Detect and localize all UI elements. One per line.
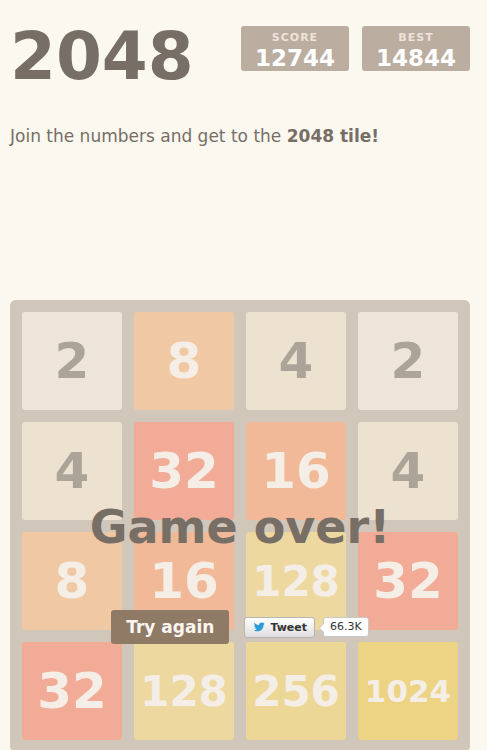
tweet-button[interactable]: Tweet (244, 617, 315, 638)
page: 2048 SCORE 12744 BEST 14844 Join the num… (10, 0, 470, 750)
game-over-overlay: Game over! Try again Tweet 66.3K (10, 300, 470, 750)
header: 2048 SCORE 12744 BEST 14844 Join the num… (10, 0, 470, 150)
subtitle-bold: 2048 tile! (287, 126, 379, 146)
score-value: 12744 (255, 45, 335, 71)
score-label: SCORE (255, 31, 335, 44)
score-box: SCORE 12744 (241, 26, 349, 71)
twitter-bird-icon (252, 621, 266, 633)
best-value: 14844 (376, 45, 456, 71)
subtitle-text: Join the numbers and get to the (10, 126, 287, 146)
tweet-widget: Tweet 66.3K (244, 617, 368, 638)
best-label: BEST (376, 31, 456, 44)
board: 284243216481612832321282561024 Game over… (10, 300, 470, 750)
overlay-buttons: Try again Tweet 66.3K (10, 610, 470, 644)
best-score-box: BEST 14844 (362, 26, 470, 71)
game-over-message: Game over! (10, 504, 470, 550)
game-title: 2048 (10, 24, 194, 90)
try-again-button[interactable]: Try again (111, 610, 229, 644)
tweet-count-badge[interactable]: 66.3K (323, 617, 369, 637)
subtitle: Join the numbers and get to the 2048 til… (10, 126, 379, 146)
tweet-label: Tweet (270, 621, 307, 634)
score-container: SCORE 12744 BEST 14844 (241, 26, 470, 71)
